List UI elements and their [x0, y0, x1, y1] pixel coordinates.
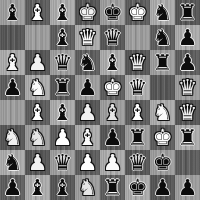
square-g6[interactable]: ♜ [150, 50, 175, 75]
white-bishop-piece: ♝ [3, 50, 23, 75]
square-h5[interactable]: ♛ [175, 75, 200, 100]
white-king-piece: ♚ [103, 75, 123, 100]
square-b2[interactable]: ♟ [25, 150, 50, 175]
black-bishop-piece: ♝ [3, 0, 23, 25]
square-c5[interactable]: ♜ [50, 75, 75, 100]
square-d1[interactable]: ♞ [75, 175, 100, 200]
black-knight-piece: ♞ [78, 50, 98, 75]
square-e6[interactable]: ♝ [100, 50, 125, 75]
black-bishop-piece: ♝ [53, 25, 73, 50]
black-king-piece: ♚ [103, 0, 123, 25]
square-h7[interactable]: ♟ [175, 25, 200, 50]
square-a7[interactable] [0, 25, 25, 50]
square-g8[interactable]: ♞ [150, 0, 175, 25]
square-f6[interactable]: ♛ [125, 50, 150, 75]
white-knight-piece: ♞ [28, 125, 48, 150]
black-knight-piece: ♞ [153, 0, 173, 25]
square-f2[interactable]: ♛ [125, 150, 150, 175]
black-rook-piece: ♜ [128, 125, 148, 150]
white-pawn-piece: ♟ [103, 150, 123, 175]
square-h2[interactable] [175, 150, 200, 175]
white-knight-piece: ♞ [28, 75, 48, 100]
black-rook-piece: ♜ [103, 175, 123, 200]
black-rook-piece: ♜ [53, 75, 73, 100]
black-bishop-piece: ♝ [53, 175, 73, 200]
white-king-piece: ♚ [153, 125, 173, 150]
square-d3[interactable]: ♝ [75, 125, 100, 150]
black-pawn-piece: ♟ [178, 50, 198, 75]
black-bishop-piece: ♝ [103, 50, 123, 75]
square-b7[interactable] [25, 25, 50, 50]
black-pawn-piece: ♟ [103, 125, 123, 150]
black-king-piece: ♚ [128, 175, 148, 200]
square-d8[interactable]: ♚ [75, 0, 100, 25]
white-pawn-piece: ♟ [78, 150, 98, 175]
square-h3[interactable]: ♜ [175, 125, 200, 150]
black-queen-piece: ♛ [53, 50, 73, 75]
black-knight-piece: ♞ [3, 150, 23, 175]
white-queen-piece: ♛ [178, 100, 198, 125]
square-c8[interactable]: ♝ [50, 0, 75, 25]
black-pawn-piece: ♟ [178, 25, 198, 50]
square-b1[interactable]: ♝ [25, 175, 50, 200]
square-f3[interactable]: ♜ [125, 125, 150, 150]
square-c6[interactable]: ♛ [50, 50, 75, 75]
white-queen-piece: ♛ [128, 50, 148, 75]
square-f7[interactable] [125, 25, 150, 50]
black-pawn-piece: ♟ [153, 175, 173, 200]
square-e2[interactable]: ♟ [100, 150, 125, 175]
square-h6[interactable]: ♟ [175, 50, 200, 75]
square-d2[interactable]: ♟ [75, 150, 100, 175]
square-a2[interactable]: ♞ [0, 150, 25, 175]
square-d7[interactable]: ♛ [75, 25, 100, 50]
square-a1[interactable]: ♟ [0, 175, 25, 200]
square-e4[interactable]: ♝ [100, 100, 125, 125]
black-bishop-piece: ♝ [53, 0, 73, 25]
square-a3[interactable]: ♞ [0, 125, 25, 150]
white-king-piece: ♚ [128, 0, 148, 25]
square-g4[interactable]: ♞ [150, 100, 175, 125]
white-bishop-piece: ♝ [28, 0, 48, 25]
square-b6[interactable]: ♟ [25, 50, 50, 75]
black-pawn-piece: ♟ [178, 175, 198, 200]
black-king-piece: ♚ [153, 150, 173, 175]
square-f4[interactable]: ♝ [125, 100, 150, 125]
square-e5[interactable]: ♚ [100, 75, 125, 100]
white-pawn-piece: ♟ [53, 125, 73, 150]
square-g3[interactable]: ♚ [150, 125, 175, 150]
white-knight-piece: ♞ [153, 100, 173, 125]
square-h8[interactable]: ♜ [175, 0, 200, 25]
square-d6[interactable]: ♞ [75, 50, 100, 75]
square-g2[interactable]: ♚ [150, 150, 175, 175]
black-pawn-piece: ♟ [3, 175, 23, 200]
white-pawn-piece: ♟ [28, 150, 48, 175]
square-b5[interactable]: ♞ [25, 75, 50, 100]
square-b3[interactable]: ♞ [25, 125, 50, 150]
white-bishop-piece: ♝ [103, 100, 123, 125]
black-rook-piece: ♜ [178, 125, 198, 150]
square-b8[interactable]: ♝ [25, 0, 50, 25]
square-d5[interactable]: ♟ [75, 75, 100, 100]
white-king-piece: ♚ [78, 0, 98, 25]
square-c4[interactable]: ♝ [50, 100, 75, 125]
black-bishop-piece: ♝ [28, 175, 48, 200]
black-bishop-piece: ♝ [53, 100, 73, 125]
white-pawn-piece: ♟ [78, 100, 98, 125]
square-e3[interactable]: ♟ [100, 125, 125, 150]
square-c2[interactable]: ♛ [50, 150, 75, 175]
black-pawn-piece: ♟ [3, 75, 23, 100]
square-h4[interactable]: ♛ [175, 100, 200, 125]
black-queen-piece: ♛ [53, 150, 73, 175]
square-e8[interactable]: ♚ [100, 0, 125, 25]
chess-board: ♝♝♝♚♚♚♞♜♝♛♛♞♟♝♟♛♞♝♛♜♟♟♞♜♟♚♛♛♝♝♟♝♝♞♛♞♞♟♝♟… [0, 0, 200, 200]
square-c3[interactable]: ♟ [50, 125, 75, 150]
square-a4[interactable] [0, 100, 25, 125]
white-bishop-piece: ♝ [128, 100, 148, 125]
white-knight-piece: ♞ [3, 125, 23, 150]
black-queen-piece: ♛ [103, 25, 123, 50]
square-g7[interactable]: ♞ [150, 25, 175, 50]
square-a8[interactable]: ♝ [0, 0, 25, 25]
square-f1[interactable]: ♚ [125, 175, 150, 200]
white-bishop-piece: ♝ [28, 100, 48, 125]
white-queen-piece: ♛ [78, 25, 98, 50]
square-g1[interactable]: ♟ [150, 175, 175, 200]
square-a6[interactable]: ♝ [0, 50, 25, 75]
square-h1[interactable]: ♟ [175, 175, 200, 200]
square-c7[interactable]: ♝ [50, 25, 75, 50]
black-knight-piece: ♞ [153, 25, 173, 50]
square-f8[interactable]: ♚ [125, 0, 150, 25]
square-e1[interactable]: ♜ [100, 175, 125, 200]
square-f5[interactable]: ♛ [125, 75, 150, 100]
chess-board-container: ♝♝♝♚♚♚♞♜♝♛♛♞♟♝♟♛♞♝♛♜♟♟♞♜♟♚♛♛♝♝♟♝♝♞♛♞♞♟♝♟… [0, 0, 200, 200]
black-queen-piece: ♛ [128, 150, 148, 175]
square-d4[interactable]: ♟ [75, 100, 100, 125]
square-a5[interactable]: ♟ [0, 75, 25, 100]
black-queen-piece: ♛ [128, 75, 148, 100]
white-pawn-piece: ♟ [28, 50, 48, 75]
square-e7[interactable]: ♛ [100, 25, 125, 50]
white-knight-piece: ♞ [78, 175, 98, 200]
square-c1[interactable]: ♝ [50, 175, 75, 200]
black-pawn-piece: ♟ [78, 75, 98, 100]
square-g5[interactable] [150, 75, 175, 100]
square-b4[interactable]: ♝ [25, 100, 50, 125]
black-rook-piece: ♜ [178, 0, 198, 25]
white-queen-piece: ♛ [178, 75, 198, 100]
white-bishop-piece: ♝ [78, 125, 98, 150]
black-rook-piece: ♜ [153, 50, 173, 75]
